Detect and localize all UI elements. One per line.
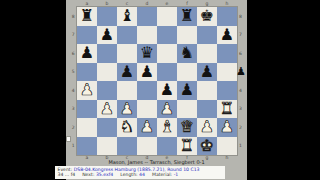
rank-label-7: 7 xyxy=(66,26,76,45)
file-label-d: d xyxy=(137,1,157,7)
square-h3[interactable]: ♜ xyxy=(217,100,237,119)
file-label-a: a xyxy=(77,1,97,7)
square-e3[interactable]: ♟ xyxy=(157,100,177,119)
square-h1[interactable] xyxy=(217,137,237,156)
square-g4[interactable] xyxy=(197,81,217,100)
event-value: DSB-04.Kongress Hamburg (1885.7.21), Rou… xyxy=(74,167,200,172)
square-h4[interactable] xyxy=(217,81,237,100)
square-b8[interactable] xyxy=(97,7,117,26)
rank-label-2: 2 xyxy=(66,118,76,137)
square-e1[interactable] xyxy=(157,137,177,156)
square-f7[interactable] xyxy=(177,26,197,45)
chess-board: ♜♝♜♚♟♟♟♛♞♟♟♟♟♟♟♟♟♟♜♞♟♝♛♟♟♜♚ xyxy=(77,7,237,155)
file-label-h: h xyxy=(217,1,237,7)
square-a7[interactable] xyxy=(77,26,97,45)
square-e6[interactable] xyxy=(157,44,177,63)
square-h5[interactable] xyxy=(217,63,237,82)
piece-wB-e2: ♝ xyxy=(160,119,174,135)
piece-wQ-f2: ♛ xyxy=(180,119,194,135)
square-b3[interactable]: ♟ xyxy=(97,100,117,119)
square-a4[interactable]: ♟ xyxy=(77,81,97,100)
piece-bK-g8: ♚ xyxy=(200,8,214,24)
square-h7[interactable]: ♟ xyxy=(217,26,237,45)
square-c8[interactable]: ♝ xyxy=(117,7,137,26)
rank-label-1: 1 xyxy=(238,137,247,156)
square-b2[interactable] xyxy=(97,118,117,137)
square-e4[interactable]: ♟ xyxy=(157,81,177,100)
piece-bR-f8: ♜ xyxy=(180,8,194,24)
square-f4[interactable]: ♟ xyxy=(177,81,197,100)
square-a2[interactable] xyxy=(77,118,97,137)
piece-wP-b3: ♟ xyxy=(100,100,114,116)
square-d5[interactable]: ♟ xyxy=(137,63,157,82)
piece-wK-g1: ♚ xyxy=(200,137,214,153)
square-e5[interactable] xyxy=(157,63,177,82)
piece-bB-c8: ♝ xyxy=(120,8,134,24)
square-a8[interactable]: ♜ xyxy=(77,7,97,26)
next-move: Next: 35.exf4 xyxy=(82,172,113,178)
black-pawn-icon: ♟ xyxy=(236,66,246,77)
rank-label-4: 4 xyxy=(238,81,247,100)
file-label-c: c xyxy=(117,1,137,7)
rank-label-4: 4 xyxy=(66,81,76,100)
square-d6[interactable]: ♛ xyxy=(137,44,157,63)
rank-label-6: 6 xyxy=(66,44,76,63)
piece-bP-b7: ♟ xyxy=(100,26,114,42)
file-label-f: f xyxy=(177,1,197,7)
square-g3[interactable] xyxy=(197,100,217,119)
square-g5[interactable]: ♟ xyxy=(197,63,217,82)
square-h8[interactable] xyxy=(217,7,237,26)
square-a3[interactable] xyxy=(77,100,97,119)
rank-label-8: 8 xyxy=(238,7,247,26)
square-a1[interactable] xyxy=(77,137,97,156)
rank-label-8: 8 xyxy=(66,7,76,26)
piece-bR-a8: ♜ xyxy=(80,8,94,24)
square-h2[interactable]: ♟ xyxy=(217,118,237,137)
square-c6[interactable] xyxy=(117,44,137,63)
piece-wP-d2: ♟ xyxy=(140,119,154,135)
square-c7[interactable] xyxy=(117,26,137,45)
square-f5[interactable] xyxy=(177,63,197,82)
piece-bP-h7: ♟ xyxy=(220,26,234,42)
rank-label-6: 6 xyxy=(238,44,247,63)
square-f3[interactable] xyxy=(177,100,197,119)
square-c2[interactable]: ♞ xyxy=(117,118,137,137)
square-c3[interactable]: ♟ xyxy=(117,100,137,119)
square-g7[interactable] xyxy=(197,26,217,45)
piece-bP-a6: ♟ xyxy=(80,45,94,61)
piece-bQ-d6: ♛ xyxy=(140,45,154,61)
square-f1[interactable]: ♜ xyxy=(177,137,197,156)
file-label-b: b xyxy=(97,1,117,7)
square-g1[interactable]: ♚ xyxy=(197,137,217,156)
piece-bP-d5: ♟ xyxy=(140,63,154,79)
square-b4[interactable] xyxy=(97,81,117,100)
file-label-e: e xyxy=(157,1,177,7)
piece-wP-a4: ♟ xyxy=(80,82,94,98)
square-c4[interactable] xyxy=(117,81,137,100)
square-b7[interactable]: ♟ xyxy=(97,26,117,45)
rank-label-7: 7 xyxy=(238,26,247,45)
square-g2[interactable]: ♟ xyxy=(197,118,217,137)
square-b1[interactable] xyxy=(97,137,117,156)
square-g6[interactable] xyxy=(197,44,217,63)
square-h6[interactable] xyxy=(217,44,237,63)
piece-bP-c5: ♟ xyxy=(120,63,134,79)
move-text: 34 ... f4 xyxy=(58,172,76,178)
piece-wR-h3: ♜ xyxy=(220,100,234,116)
piece-wN-c2: ♞ xyxy=(120,119,134,135)
square-f8[interactable]: ♜ xyxy=(177,7,197,26)
rank-labels-left: 87654321 xyxy=(66,7,76,155)
piece-wP-c3: ♟ xyxy=(120,100,134,116)
game-length: Length: 44 xyxy=(120,172,145,178)
square-f2[interactable]: ♛ xyxy=(177,118,197,137)
rank-label-3: 3 xyxy=(66,100,76,119)
square-d1[interactable] xyxy=(137,137,157,156)
ui-marker xyxy=(66,136,71,143)
material-balance: Material: -1 xyxy=(152,172,178,178)
piece-bP-e4: ♟ xyxy=(160,82,174,98)
rank-labels-right: 87654321 xyxy=(238,7,247,155)
status-line: 34 ... f4 Next: 35.exf4 Length: 44 Mater… xyxy=(58,172,223,178)
rank-label-3: 3 xyxy=(238,100,247,119)
piece-bP-f4: ♟ xyxy=(180,82,194,98)
square-d4[interactable] xyxy=(137,81,157,100)
piece-wR-f1: ♜ xyxy=(180,137,194,153)
piece-bN-f6: ♞ xyxy=(180,45,194,61)
square-d7[interactable] xyxy=(137,26,157,45)
square-c5[interactable]: ♟ xyxy=(117,63,137,82)
piece-wP-g2: ♟ xyxy=(200,119,214,135)
event-label: Event: xyxy=(58,167,73,172)
square-e8[interactable] xyxy=(157,7,177,26)
piece-wP-e3: ♟ xyxy=(160,100,174,116)
square-g8[interactable]: ♚ xyxy=(197,7,217,26)
video-frame: abcdefgh abcdefgh 87654321 87654321 ♜♝♜♚… xyxy=(0,0,320,180)
square-e2[interactable]: ♝ xyxy=(157,118,177,137)
square-e7[interactable] xyxy=(157,26,177,45)
piece-bP-g5: ♟ xyxy=(200,63,214,79)
square-d8[interactable] xyxy=(137,7,157,26)
square-b5[interactable] xyxy=(97,63,117,82)
piece-wP-h2: ♟ xyxy=(220,119,234,135)
square-f6[interactable]: ♞ xyxy=(177,44,197,63)
rank-label-5: 5 xyxy=(66,63,76,82)
square-a6[interactable]: ♟ xyxy=(77,44,97,63)
rank-label-2: 2 xyxy=(238,118,247,137)
file-label-g: g xyxy=(197,1,217,7)
players-line: Mason, James -- Tarrasch, Siegbert 0-1 xyxy=(66,160,247,166)
square-c1[interactable] xyxy=(117,137,137,156)
square-d2[interactable]: ♟ xyxy=(137,118,157,137)
square-a5[interactable] xyxy=(77,63,97,82)
file-labels-top: abcdefgh xyxy=(77,1,237,7)
game-info-box: Event: DSB-04.Kongress Hamburg (1885.7.2… xyxy=(55,166,225,179)
square-d3[interactable] xyxy=(137,100,157,119)
square-b6[interactable] xyxy=(97,44,117,63)
